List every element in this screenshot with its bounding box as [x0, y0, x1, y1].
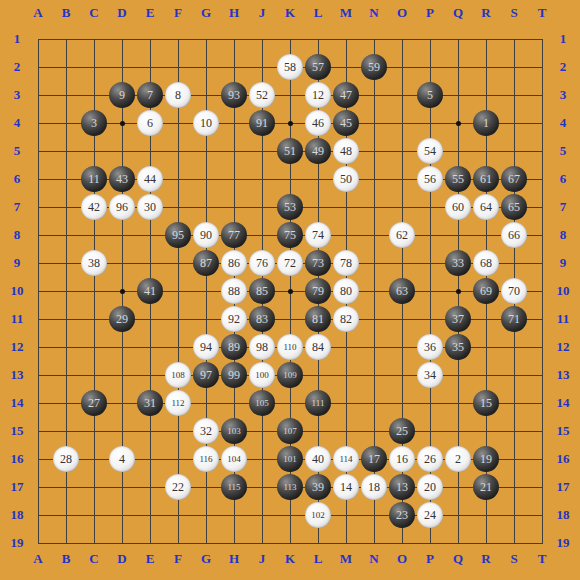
- stone-B-79-L10: 79: [305, 278, 331, 304]
- stone-B-37-Q11: 37: [445, 306, 471, 332]
- move-number: 28: [60, 453, 72, 465]
- stone-B-111-L14: 111: [305, 390, 331, 416]
- stone-B-105-J14: 105: [249, 390, 275, 416]
- move-number: 21: [480, 481, 492, 493]
- stone-W-26-P16: 26: [417, 446, 443, 472]
- stone-B-55-Q6: 55: [445, 166, 471, 192]
- stone-B-83-J11: 83: [249, 306, 275, 332]
- column-label-L: L: [304, 1, 332, 24]
- move-number: 32: [200, 425, 212, 437]
- move-number: 25: [396, 425, 408, 437]
- star-point-K4: [288, 121, 293, 126]
- stone-W-112-F14: 112: [165, 390, 191, 416]
- stone-B-19-R16: 19: [473, 446, 499, 472]
- move-number: 43: [116, 173, 128, 185]
- stone-W-80-M10: 80: [333, 278, 359, 304]
- stone-B-1-R4: 1: [473, 110, 499, 136]
- move-number: 8: [175, 89, 181, 101]
- move-number: 64: [480, 201, 492, 213]
- move-number: 99: [228, 369, 240, 381]
- stone-W-24-P18: 24: [417, 502, 443, 528]
- stone-B-97-G13: 97: [193, 362, 219, 388]
- move-number: 113: [283, 483, 296, 492]
- star-point-K10: [288, 289, 293, 294]
- stone-B-75-K8: 75: [277, 222, 303, 248]
- stone-B-95-F8: 95: [165, 222, 191, 248]
- column-label-T: T: [528, 1, 556, 24]
- move-number: 95: [172, 229, 184, 241]
- move-number: 37: [452, 313, 464, 325]
- move-number: 22: [172, 481, 184, 493]
- stone-W-28-B16: 28: [53, 446, 79, 472]
- stone-B-9-D3: 9: [109, 82, 135, 108]
- move-number: 51: [284, 145, 296, 157]
- stone-W-12-L3: 12: [305, 82, 331, 108]
- stone-W-36-P12: 36: [417, 334, 443, 360]
- move-number: 115: [227, 483, 240, 492]
- stone-B-31-E14: 31: [137, 390, 163, 416]
- move-number: 88: [228, 285, 240, 297]
- move-number: 34: [424, 369, 436, 381]
- column-label-H: H: [220, 1, 248, 24]
- move-number: 48: [340, 145, 352, 157]
- stone-W-72-K9: 72: [277, 250, 303, 276]
- stone-B-33-Q9: 33: [445, 250, 471, 276]
- move-number: 67: [508, 173, 520, 185]
- column-label-O: O: [388, 1, 416, 24]
- move-number: 35: [452, 341, 464, 353]
- move-number: 71: [508, 313, 520, 325]
- move-number: 72: [284, 257, 296, 269]
- stone-B-51-K5: 51: [277, 138, 303, 164]
- move-number: 104: [227, 455, 241, 464]
- move-number: 114: [339, 455, 352, 464]
- stone-W-108-F13: 108: [165, 362, 191, 388]
- column-label-B: B: [52, 1, 80, 24]
- stone-B-61-R6: 61: [473, 166, 499, 192]
- move-number: 109: [283, 371, 297, 380]
- move-number: 74: [312, 229, 324, 241]
- stone-B-21-R17: 21: [473, 474, 499, 500]
- move-number: 42: [88, 201, 100, 213]
- move-number: 69: [480, 285, 492, 297]
- stone-B-63-O10: 63: [389, 278, 415, 304]
- move-number: 20: [424, 481, 436, 493]
- stone-W-38-C9: 38: [81, 250, 107, 276]
- stone-W-30-E7: 30: [137, 194, 163, 220]
- stone-W-100-J13: 100: [249, 362, 275, 388]
- move-number: 23: [396, 509, 408, 521]
- stone-W-102-L18: 102: [305, 502, 331, 528]
- stone-B-91-J4: 91: [249, 110, 275, 136]
- column-label-F: F: [164, 1, 192, 24]
- move-number: 47: [340, 89, 352, 101]
- move-number: 60: [452, 201, 464, 213]
- stone-B-41-E10: 41: [137, 278, 163, 304]
- stone-W-46-L4: 46: [305, 110, 331, 136]
- move-number: 73: [312, 257, 324, 269]
- move-number: 58: [284, 61, 296, 73]
- star-point-D10: [120, 289, 125, 294]
- move-number: 66: [508, 229, 520, 241]
- move-number: 41: [144, 285, 156, 297]
- move-number: 33: [452, 257, 464, 269]
- move-number: 44: [144, 173, 156, 185]
- stone-W-76-J9: 76: [249, 250, 275, 276]
- move-number: 38: [88, 257, 100, 269]
- move-number: 18: [368, 481, 380, 493]
- move-number: 62: [396, 229, 408, 241]
- stone-B-45-M4: 45: [333, 110, 359, 136]
- move-number: 14: [340, 481, 352, 493]
- column-label-A: A: [24, 1, 52, 24]
- move-number: 100: [255, 371, 269, 380]
- stone-B-69-R10: 69: [473, 278, 499, 304]
- move-number: 29: [116, 313, 128, 325]
- move-number: 111: [312, 399, 325, 408]
- stone-B-57-L2: 57: [305, 54, 331, 80]
- column-label-C: C: [80, 1, 108, 24]
- move-number: 102: [311, 511, 325, 520]
- move-number: 80: [340, 285, 352, 297]
- stone-W-34-P13: 34: [417, 362, 443, 388]
- stone-W-86-H9: 86: [221, 250, 247, 276]
- stone-W-44-E6: 44: [137, 166, 163, 192]
- go-board-diagram: ABCDEFGHJKLMNOPQRST ABCDEFGHJKLMNOPQRST …: [0, 0, 580, 580]
- move-number: 65: [508, 201, 520, 213]
- column-label-E: E: [136, 1, 164, 24]
- stone-B-71-S11: 71: [501, 306, 527, 332]
- stone-W-54-P5: 54: [417, 138, 443, 164]
- stone-W-66-S8: 66: [501, 222, 527, 248]
- move-number: 7: [147, 89, 153, 101]
- column-label-N: N: [360, 1, 388, 24]
- stone-B-39-L17: 39: [305, 474, 331, 500]
- board-intersections: 1234567891011121314151617181920212223242…: [24, 25, 556, 557]
- stone-W-40-L16: 40: [305, 446, 331, 472]
- stone-B-29-D11: 29: [109, 306, 135, 332]
- move-number: 13: [396, 481, 408, 493]
- stone-B-47-M3: 47: [333, 82, 359, 108]
- stone-B-115-H17: 115: [221, 474, 247, 500]
- column-label-G: G: [192, 1, 220, 24]
- move-number: 2: [455, 453, 461, 465]
- stone-B-77-H8: 77: [221, 222, 247, 248]
- stone-W-84-L12: 84: [305, 334, 331, 360]
- move-number: 112: [171, 399, 184, 408]
- stone-B-89-H12: 89: [221, 334, 247, 360]
- move-number: 45: [340, 117, 352, 129]
- move-number: 110: [283, 343, 296, 352]
- stone-W-2-Q16: 2: [445, 446, 471, 472]
- stone-B-81-L11: 81: [305, 306, 331, 332]
- move-number: 94: [200, 341, 212, 353]
- move-number: 57: [312, 61, 324, 73]
- stone-W-62-O8: 62: [389, 222, 415, 248]
- move-number: 61: [480, 173, 492, 185]
- stone-B-87-G9: 87: [193, 250, 219, 276]
- stone-B-107-K15: 107: [277, 418, 303, 444]
- move-number: 16: [396, 453, 408, 465]
- move-number: 30: [144, 201, 156, 213]
- move-number: 3: [91, 117, 97, 129]
- move-number: 24: [424, 509, 436, 521]
- move-number: 46: [312, 117, 324, 129]
- stone-W-94-G12: 94: [193, 334, 219, 360]
- move-number: 97: [200, 369, 212, 381]
- move-number: 6: [147, 117, 153, 129]
- stone-W-88-H10: 88: [221, 278, 247, 304]
- move-number: 77: [228, 229, 240, 241]
- move-number: 78: [340, 257, 352, 269]
- column-label-Q: Q: [444, 1, 472, 24]
- move-number: 103: [227, 427, 241, 436]
- move-number: 15: [480, 397, 492, 409]
- stone-B-113-K17: 113: [277, 474, 303, 500]
- move-number: 101: [283, 455, 297, 464]
- move-number: 86: [228, 257, 240, 269]
- stone-B-101-K16: 101: [277, 446, 303, 472]
- stone-W-32-G15: 32: [193, 418, 219, 444]
- move-number: 10: [200, 117, 212, 129]
- move-number: 105: [255, 399, 269, 408]
- column-label-S: S: [500, 1, 528, 24]
- stone-W-18-N17: 18: [361, 474, 387, 500]
- move-number: 27: [88, 397, 100, 409]
- stone-B-11-C6: 11: [81, 166, 107, 192]
- stone-B-35-Q12: 35: [445, 334, 471, 360]
- stone-W-8-F3: 8: [165, 82, 191, 108]
- move-number: 49: [312, 145, 324, 157]
- stone-W-68-R9: 68: [473, 250, 499, 276]
- move-number: 107: [283, 427, 297, 436]
- stone-B-5-P3: 5: [417, 82, 443, 108]
- stone-B-17-N16: 17: [361, 446, 387, 472]
- star-point-D4: [120, 121, 125, 126]
- move-number: 68: [480, 257, 492, 269]
- move-number: 96: [116, 201, 128, 213]
- stone-W-16-O16: 16: [389, 446, 415, 472]
- move-number: 92: [228, 313, 240, 325]
- stone-B-49-L5: 49: [305, 138, 331, 164]
- move-number: 90: [200, 229, 212, 241]
- stone-B-59-N2: 59: [361, 54, 387, 80]
- move-number: 4: [119, 453, 125, 465]
- stone-W-42-C7: 42: [81, 194, 107, 220]
- stone-B-13-O17: 13: [389, 474, 415, 500]
- move-number: 55: [452, 173, 464, 185]
- stone-B-73-L9: 73: [305, 250, 331, 276]
- stone-B-25-O15: 25: [389, 418, 415, 444]
- stone-B-23-O18: 23: [389, 502, 415, 528]
- move-number: 17: [368, 453, 380, 465]
- move-number: 93: [228, 89, 240, 101]
- stone-B-67-S6: 67: [501, 166, 527, 192]
- column-label-D: D: [108, 1, 136, 24]
- move-number: 83: [256, 313, 268, 325]
- move-number: 82: [340, 313, 352, 325]
- move-number: 70: [508, 285, 520, 297]
- stone-W-78-M9: 78: [333, 250, 359, 276]
- stone-W-52-J3: 52: [249, 82, 275, 108]
- stone-W-96-D7: 96: [109, 194, 135, 220]
- stone-W-104-H16: 104: [221, 446, 247, 472]
- stone-W-98-J12: 98: [249, 334, 275, 360]
- stone-W-110-K12: 110: [277, 334, 303, 360]
- move-number: 5: [427, 89, 433, 101]
- stone-W-20-P17: 20: [417, 474, 443, 500]
- move-number: 56: [424, 173, 436, 185]
- stone-W-6-E4: 6: [137, 110, 163, 136]
- move-number: 54: [424, 145, 436, 157]
- stone-W-50-M6: 50: [333, 166, 359, 192]
- stone-B-43-D6: 43: [109, 166, 135, 192]
- stone-W-58-K2: 58: [277, 54, 303, 80]
- move-number: 108: [171, 371, 185, 380]
- move-number: 9: [119, 89, 125, 101]
- stone-B-53-K7: 53: [277, 194, 303, 220]
- move-number: 36: [424, 341, 436, 353]
- column-label-J: J: [248, 1, 276, 24]
- move-number: 63: [396, 285, 408, 297]
- stone-W-60-Q7: 60: [445, 194, 471, 220]
- move-number: 81: [312, 313, 324, 325]
- stone-B-85-J10: 85: [249, 278, 275, 304]
- move-number: 11: [88, 173, 100, 185]
- move-number: 76: [256, 257, 268, 269]
- move-number: 98: [256, 341, 268, 353]
- move-number: 52: [256, 89, 268, 101]
- stone-W-4-D16: 4: [109, 446, 135, 472]
- column-label-K: K: [276, 1, 304, 24]
- move-number: 40: [312, 453, 324, 465]
- move-number: 26: [424, 453, 436, 465]
- stone-W-64-R7: 64: [473, 194, 499, 220]
- column-label-M: M: [332, 1, 360, 24]
- stone-W-90-G8: 90: [193, 222, 219, 248]
- stone-W-82-M11: 82: [333, 306, 359, 332]
- move-number: 50: [340, 173, 352, 185]
- move-number: 91: [256, 117, 268, 129]
- stone-B-99-H13: 99: [221, 362, 247, 388]
- stone-B-27-C14: 27: [81, 390, 107, 416]
- stone-B-93-H3: 93: [221, 82, 247, 108]
- column-label-R: R: [472, 1, 500, 24]
- stone-B-7-E3: 7: [137, 82, 163, 108]
- stone-W-116-G16: 116: [193, 446, 219, 472]
- move-number: 75: [284, 229, 296, 241]
- stone-W-56-P6: 56: [417, 166, 443, 192]
- move-number: 12: [312, 89, 324, 101]
- stone-W-114-M16: 114: [333, 446, 359, 472]
- move-number: 53: [284, 201, 296, 213]
- move-number: 19: [480, 453, 492, 465]
- stone-B-103-H15: 103: [221, 418, 247, 444]
- move-number: 79: [312, 285, 324, 297]
- move-number: 39: [312, 481, 324, 493]
- move-number: 1: [483, 117, 489, 129]
- stone-B-3-C4: 3: [81, 110, 107, 136]
- column-label-P: P: [416, 1, 444, 24]
- stone-W-22-F17: 22: [165, 474, 191, 500]
- move-number: 116: [199, 455, 212, 464]
- stone-W-74-L8: 74: [305, 222, 331, 248]
- stone-B-109-K13: 109: [277, 362, 303, 388]
- stone-W-70-S10: 70: [501, 278, 527, 304]
- move-number: 84: [312, 341, 324, 353]
- stone-W-10-G4: 10: [193, 110, 219, 136]
- move-number: 59: [368, 61, 380, 73]
- star-point-Q4: [456, 121, 461, 126]
- move-number: 85: [256, 285, 268, 297]
- move-number: 89: [228, 341, 240, 353]
- move-number: 87: [200, 257, 212, 269]
- stone-W-14-M17: 14: [333, 474, 359, 500]
- stone-B-65-S7: 65: [501, 194, 527, 220]
- stone-W-92-H11: 92: [221, 306, 247, 332]
- star-point-Q10: [456, 289, 461, 294]
- stone-B-15-R14: 15: [473, 390, 499, 416]
- column-labels-top: ABCDEFGHJKLMNOPQRST: [24, 1, 556, 24]
- stone-W-48-M5: 48: [333, 138, 359, 164]
- move-number: 31: [144, 397, 156, 409]
